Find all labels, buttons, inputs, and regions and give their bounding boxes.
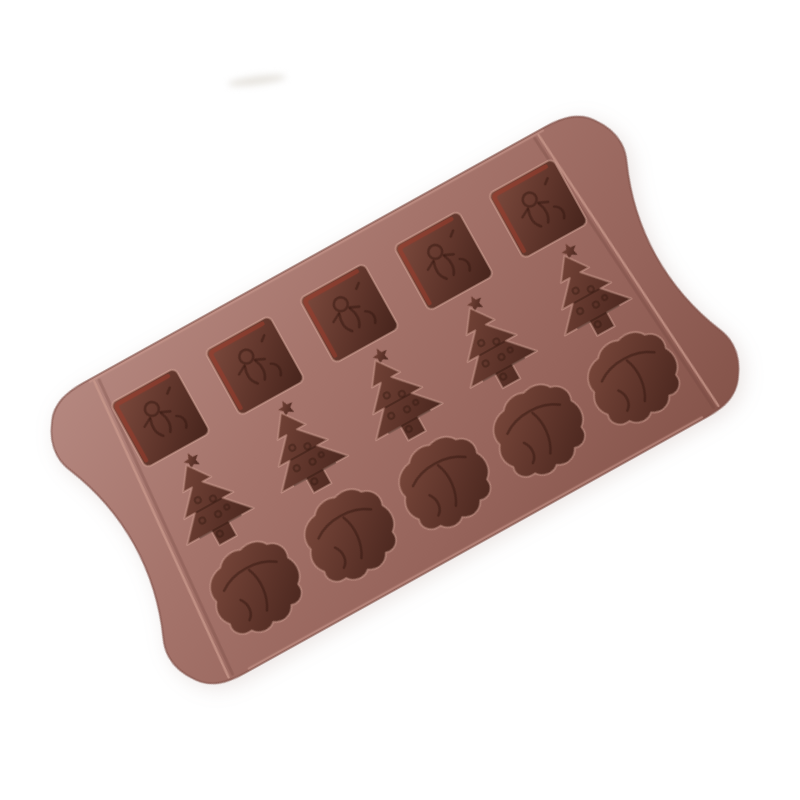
- chocolate-mold: [6, 82, 783, 719]
- background-smudge: [228, 72, 287, 88]
- photo-background: [0, 0, 800, 800]
